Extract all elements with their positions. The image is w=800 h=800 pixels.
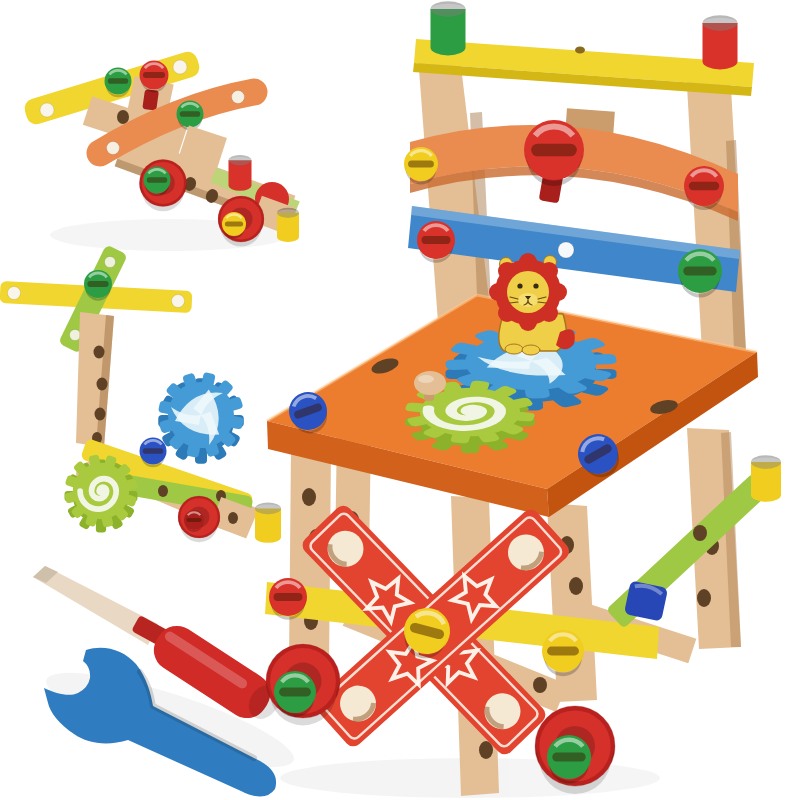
chair-back xyxy=(404,1,754,352)
yellow-nut xyxy=(751,455,781,502)
screenshot-root xyxy=(0,0,800,800)
product-photo xyxy=(0,0,800,800)
hole xyxy=(228,512,238,524)
yellow-nut xyxy=(255,503,281,543)
red-nut xyxy=(229,155,252,191)
red-nut xyxy=(703,15,738,69)
green-nut xyxy=(431,1,466,55)
top-bar-hole xyxy=(575,47,585,54)
toy-windmill xyxy=(0,244,259,542)
windmill-post xyxy=(76,312,114,447)
yellow-nut xyxy=(277,208,299,242)
red-bolt-shaft xyxy=(142,89,159,111)
toy-airplane xyxy=(22,49,300,246)
slat-hole xyxy=(558,242,574,258)
